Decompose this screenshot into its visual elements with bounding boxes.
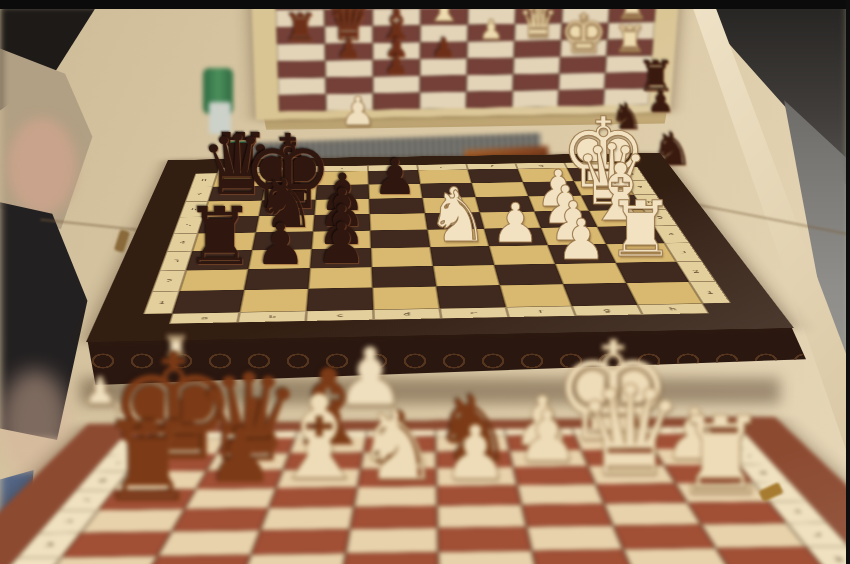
square-bottom-r4c7 (595, 483, 686, 504)
square-main-r2c4 (369, 184, 423, 199)
square-bottom-r5c5 (437, 505, 525, 528)
coordinate-label: g (572, 427, 644, 434)
square-main-r2c3 (316, 184, 369, 199)
square-top-r5c4 (420, 42, 467, 60)
coordinate-label: 8 (190, 173, 217, 187)
square-top-r3c3 (373, 8, 421, 26)
coordinate-label: 7 (725, 448, 774, 465)
square-top-r3c2 (324, 9, 372, 27)
square-main-r3c6 (475, 196, 534, 212)
square-bottom-r5c7 (604, 503, 700, 526)
piece-bottom-bP-r2c4: ♟ (366, 402, 431, 474)
square-bottom-r4c1 (98, 489, 195, 510)
square-main-r3c1 (203, 200, 262, 216)
piece-bottom-wP-r2c6: ♟ (515, 401, 579, 473)
coordinate-label: f (504, 428, 575, 435)
magazine-cover (464, 146, 549, 180)
square-bottom-r7c4 (340, 552, 439, 564)
square-top-r5c3 (373, 42, 421, 60)
coordinate-label: h (640, 427, 713, 434)
piece-top-wK-r5c7: ♚ (560, 7, 608, 60)
square-bottom-r7c7 (623, 548, 731, 564)
piece-bottom-wR-r4c8: ♜ (672, 403, 768, 510)
piece-main-wN-r5c5: ♞ (426, 182, 489, 252)
square-main-r7c8 (616, 262, 689, 283)
coordinate-label: 6 (738, 464, 790, 482)
coordinate-label: 5 (173, 217, 203, 234)
square-main-r7c6 (494, 264, 563, 285)
square-top-r5c7 (560, 40, 607, 57)
coordinate-label: 6 (75, 471, 128, 490)
square-bottom-r2c3 (283, 452, 363, 469)
coordinate-label: 2 (676, 261, 716, 282)
coordinate-label: 2 (806, 546, 850, 564)
square-top-r4c4 (420, 25, 468, 43)
square-main-r6c5 (430, 246, 494, 266)
square-bottom-r6c7 (613, 524, 715, 549)
piece-bottom-wP-r2c8: ♟ (663, 400, 727, 471)
square-main-r8c4 (372, 286, 439, 309)
square-main-r3c4 (369, 198, 425, 214)
piece-main-wP-r5c7: ♟ (549, 195, 598, 249)
square-main-r8c1 (172, 290, 244, 314)
square-bottom-r7c8 (715, 547, 828, 564)
piece-top-bB-r4c3: ♝ (378, 4, 416, 46)
square-top-r5c2 (325, 43, 373, 61)
square-top-r6c5 (467, 58, 514, 75)
square-main-r6c8 (606, 243, 676, 263)
square-bottom-r5c2 (171, 508, 269, 531)
square-top-r6c3 (373, 59, 420, 77)
square-bottom-r3c8 (663, 464, 753, 483)
square-top-r5c1 (277, 44, 325, 62)
square-main-r2c8 (574, 181, 634, 196)
square-main-r8c3 (307, 288, 374, 311)
square-main-r6c4 (371, 247, 433, 267)
board-shadow (80, 378, 780, 404)
square-top-r6c7 (559, 56, 606, 73)
square-main-r5c7 (541, 227, 606, 245)
chessboard-main: abcdefghabcdefgh8765432187654321 (86, 153, 794, 342)
square-bottom-r1c5 (435, 436, 508, 452)
square-bottom-r7c3 (241, 553, 345, 564)
square-main-r7c5 (433, 265, 500, 286)
coordinate-label: c (306, 310, 374, 321)
square-main-r5c4 (370, 230, 430, 249)
board-clasp (114, 229, 130, 253)
white-piece-table-left-2: ♜ (107, 398, 148, 444)
square-top-r3c1 (276, 9, 325, 27)
player-hand (8, 118, 76, 214)
captured-black-pawn-2: ♟ (594, 159, 619, 187)
letterbox-bar-right (846, 0, 850, 564)
square-bottom-r3c5 (436, 467, 516, 486)
square-bottom-r2c1 (128, 454, 215, 472)
square-main-r2c6 (472, 182, 529, 197)
square-bottom-r7c1 (40, 556, 157, 564)
square-bottom-r2c5 (436, 451, 512, 468)
piece-top-bP-r6c3: ♟ (384, 51, 408, 78)
piece-bottom-wN-r3c4: ♞ (354, 397, 441, 494)
square-top-r6c8 (605, 56, 652, 73)
square-top-r4c1 (276, 26, 325, 44)
square-bottom-r7c2 (141, 555, 251, 564)
square-bottom-r4c8 (674, 482, 768, 502)
square-top-r4c3 (373, 25, 421, 43)
squares-grid (172, 167, 702, 313)
piece-top-wP-r4c7: ♟ (573, 15, 597, 42)
square-bottom-r1c6 (505, 435, 581, 451)
square-main-r6c6 (489, 245, 555, 265)
square-bottom-r5c8 (687, 502, 787, 525)
board-frame (86, 153, 794, 342)
square-top-r7c1 (278, 77, 326, 95)
square-main-r4c4 (370, 213, 428, 230)
square-bottom-r6c8 (700, 523, 806, 548)
square-top-r5c5 (467, 41, 514, 59)
coordinate-label: 4 (769, 501, 828, 523)
square-main-r5c6 (484, 228, 548, 246)
square-bottom-r2c7 (581, 449, 663, 466)
coordinate-label: 6 (179, 201, 208, 217)
square-bottom-r7c5 (438, 551, 537, 564)
square-main-r4c5 (425, 212, 484, 229)
square-bottom-r4c6 (516, 484, 604, 505)
square-bottom-r1c8 (644, 433, 725, 449)
square-main-r6c1 (186, 250, 252, 270)
coordinate-label: b (238, 311, 307, 322)
square-top-r4c7 (561, 23, 608, 41)
square-bottom-r3c6 (512, 466, 595, 485)
square-bottom-r6c1 (62, 531, 171, 557)
piece-top-bP-r5c4: ♟ (432, 34, 456, 61)
piece-bottom-bR-r4c1: ♜ (98, 407, 198, 518)
square-bottom-r3c7 (588, 465, 674, 484)
square-top-r7c5 (466, 74, 513, 91)
square-bottom-r4c4 (353, 486, 437, 507)
board-frame (0, 417, 850, 564)
piece-main-bP-r6c2: ♟ (255, 216, 306, 273)
square-main-r1c8 (567, 167, 625, 181)
square-main-r3c5 (422, 197, 479, 213)
square-bottom-r1c7 (575, 434, 653, 450)
squares-grid (274, 0, 658, 112)
square-top-r5c8 (606, 39, 653, 56)
square-main-r4c3 (313, 214, 370, 231)
square-bottom-r6c4 (345, 528, 438, 554)
square-main-r4c1 (198, 216, 259, 233)
square-bottom-r4c3 (269, 487, 357, 508)
coordinate-label: g (572, 305, 643, 316)
square-bottom-r5c1 (81, 509, 184, 532)
coordinate-label: a (169, 312, 240, 324)
coordinate-label: e (440, 307, 509, 318)
square-bottom-r5c4 (349, 506, 437, 529)
square-top-r6c2 (325, 60, 373, 78)
coordinate-label: h (637, 304, 709, 315)
square-bottom-r6c3 (251, 529, 349, 555)
square-main-r2c2 (262, 185, 317, 200)
square-main-r7c4 (372, 266, 437, 288)
coordinate-label: 8 (616, 167, 646, 181)
square-main-r5c5 (427, 229, 489, 247)
square-main-r7c3 (308, 267, 372, 289)
coordinate-label: a (154, 432, 229, 440)
square-bottom-r3c2 (195, 470, 283, 489)
player-jeans (0, 470, 48, 564)
square-top-r3c5 (468, 7, 516, 25)
captured-black-knight-2: ♞ (651, 126, 692, 172)
piece-main-wQ-r3c8: ♛ (574, 133, 649, 217)
square-bottom-r2c4 (360, 451, 436, 468)
piece-main-wR-r6c8: ♜ (606, 191, 675, 268)
square-bottom-r3c4 (357, 468, 437, 487)
square-top-r7c8 (604, 72, 651, 89)
coordinate-label: 3 (664, 243, 702, 262)
coordinate-label: h (564, 162, 616, 168)
square-main-r4c8 (589, 210, 654, 227)
square-bottom-r6c5 (438, 526, 531, 552)
piece-top-bP-r5c3: ♟ (384, 34, 409, 61)
coordinate-label: 8 (106, 439, 153, 455)
piece-main-wP-r5c6: ♟ (491, 196, 540, 250)
coordinate-label: 1 (689, 281, 731, 303)
top-board-edge-face (258, 100, 673, 130)
square-bottom-r5c6 (521, 504, 613, 527)
square-main-r6c3 (310, 248, 372, 268)
square-main-r3c7 (528, 196, 589, 212)
coordinate-label: 7 (185, 187, 213, 202)
piece-main-bN-r4c2: ♞ (255, 169, 316, 238)
coordinate-strip-rank-right: 87654321 (616, 167, 730, 303)
coordinate-label: 5 (643, 209, 677, 225)
square-top-r6c4 (420, 58, 467, 75)
square-bottom-r7c6 (531, 549, 635, 564)
coordinate-label: 2 (152, 270, 187, 291)
square-bottom-r6c2 (157, 530, 261, 556)
square-top-r7c6 (513, 74, 560, 91)
square-top-r7c3 (373, 76, 420, 93)
square-top-r6c1 (277, 61, 325, 79)
square-main-r4c7 (534, 211, 597, 228)
square-main-r3c3 (314, 199, 369, 215)
table-seam (40, 219, 219, 240)
square-main-r2c7 (523, 181, 581, 196)
coordinate-label: c (295, 430, 367, 438)
square-bottom-r4c5 (437, 485, 521, 506)
square-bottom-r4c2 (184, 488, 276, 509)
coordinate-strip-rank-right: 87654321 (713, 433, 850, 564)
square-bottom-r2c8 (653, 448, 738, 465)
piece-main-bP-r6c3: ♟ (316, 215, 367, 272)
coordinate-label: 3 (786, 522, 849, 546)
square-main-r7c1 (180, 269, 249, 291)
coordinate-label: 8 (713, 433, 759, 448)
square-main-r5c8 (597, 226, 664, 244)
square-main-r6c2 (248, 249, 311, 269)
square-bottom-r1c2 (216, 438, 295, 454)
square-bottom-r2c6 (509, 450, 588, 467)
piece-top-wP-r4c5: ♟ (479, 16, 503, 43)
coordinate-label: 1 (143, 291, 179, 314)
letterbox-bar-top (0, 0, 850, 9)
chess-exhibition-photo: ♟♟♞♟♟♟♚♝♟♜♜♛♝♟♛♟♟♟♟♚♜♟ ♜♟♞♞♟♟ abcdefghab… (0, 0, 850, 564)
piece-bottom-wP-r3c5: ♟ (442, 416, 509, 491)
coordinate-label: 7 (625, 180, 657, 194)
coordinate-label: 4 (38, 510, 98, 533)
piece-main-bP-r5c3: ♟ (317, 198, 366, 253)
coordinate-label: f (506, 306, 576, 317)
square-top-r7c7 (559, 73, 606, 90)
coordinate-label: 7 (92, 455, 142, 472)
square-top-r4c6 (514, 23, 561, 41)
square-bottom-r1c1 (142, 439, 225, 455)
square-main-r7c7 (555, 263, 626, 284)
coordinate-strip-near: abcdefgh (169, 304, 709, 324)
square-top-r4c5 (467, 24, 515, 42)
piece-top-bP-r5c2: ♟ (337, 35, 362, 63)
square-bottom-r3c3 (276, 469, 360, 488)
piece-top-bR-r4c1: ♜ (283, 9, 317, 47)
coordinate-label: b (224, 431, 297, 439)
square-main-r5c2 (252, 231, 313, 250)
piece-top-wR-r5c8: ♜ (613, 22, 646, 59)
coordinate-label: 5 (58, 490, 114, 511)
square-main-r8c8 (626, 282, 703, 305)
square-main-r8c6 (500, 284, 572, 307)
square-bottom-r1c3 (289, 437, 365, 453)
coordinate-strip-rank-left: 87654321 (143, 173, 217, 314)
board-clasp (758, 482, 783, 502)
piece-main-bP-r4c3: ♟ (318, 182, 366, 235)
square-main-r4c2 (256, 215, 315, 232)
piece-main-wP-r4c7: ♟ (542, 179, 589, 231)
square-main-r4c6 (480, 211, 541, 228)
square-top-r4c8 (607, 22, 654, 39)
piece-main-wP-r4c5: ♟ (430, 181, 477, 234)
square-main-r2c5 (420, 183, 475, 198)
green-card (229, 141, 246, 164)
square-top-r4c2 (325, 26, 373, 44)
square-bottom-r1c4 (363, 436, 436, 452)
square-main-r2c1 (208, 186, 265, 201)
player-knee (0, 370, 70, 480)
coordinate-label: d (373, 308, 441, 319)
coordinate-label: 3 (159, 251, 192, 271)
square-main-r8c7 (563, 283, 637, 306)
square-main-r5c3 (312, 231, 371, 250)
square-top-r7c2 (326, 77, 373, 94)
square-top-r6c6 (513, 57, 560, 74)
coordinate-label: e (435, 429, 505, 436)
square-main-r6c7 (548, 244, 616, 264)
piece-bottom-bP-r3c2: ♟ (206, 418, 274, 494)
chessboard-bottom: abcdefghabcdefgh8765432187654321 (0, 417, 850, 564)
square-bottom-r3c1 (114, 471, 206, 490)
square-main-r7c2 (244, 268, 310, 290)
square-main-r3c8 (581, 195, 643, 211)
square-main-r3c2 (259, 200, 316, 216)
bottle-label (209, 102, 231, 134)
square-bottom-r6c6 (525, 525, 623, 550)
coordinate-label: d (365, 430, 435, 437)
square-top-r5c6 (514, 40, 561, 57)
coordinate-strip-far: abcdefgh (154, 427, 713, 440)
square-bottom-r5c3 (260, 507, 353, 530)
squares-grid (16, 433, 850, 564)
coordinate-label: 4 (653, 225, 689, 243)
square-main-r8c2 (240, 289, 309, 313)
square-bottom-r2c2 (206, 453, 289, 471)
square-top-r7c4 (420, 75, 467, 92)
square-main-r8c5 (436, 285, 506, 308)
piece-main-wP-r6c7: ♟ (556, 212, 606, 268)
square-top-r3c4 (420, 7, 468, 25)
captured-black-rook: ♜ (637, 56, 675, 98)
